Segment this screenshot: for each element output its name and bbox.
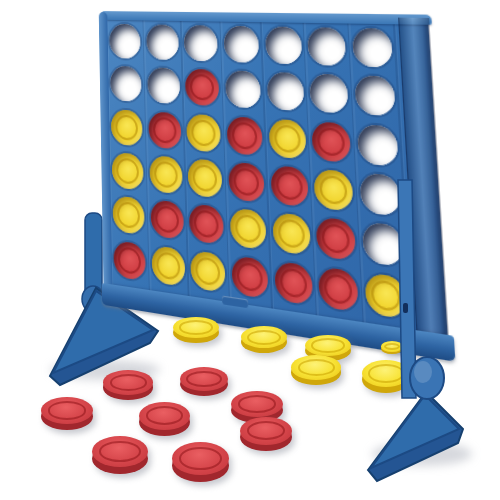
disc-top bbox=[139, 402, 190, 430]
disc-top bbox=[231, 391, 283, 417]
disc-ring bbox=[146, 406, 184, 425]
red-loose-disc[interactable] bbox=[240, 417, 292, 451]
disc-top bbox=[172, 442, 229, 475]
disc-top bbox=[180, 367, 228, 391]
red-loose-disc[interactable] bbox=[172, 442, 229, 482]
disc-ring bbox=[186, 371, 222, 387]
red-loose-disc[interactable] bbox=[92, 436, 148, 474]
disc-ring bbox=[99, 441, 140, 462]
red-loose-disc[interactable] bbox=[139, 402, 190, 436]
disc-ring bbox=[247, 421, 286, 440]
disc-ring bbox=[238, 395, 277, 413]
disc-top bbox=[41, 397, 93, 424]
disc-top bbox=[103, 370, 153, 395]
red-loose-disc[interactable] bbox=[180, 367, 228, 396]
disc-ring bbox=[48, 401, 87, 419]
disc-ring bbox=[179, 447, 221, 469]
red-loose-disc[interactable] bbox=[41, 397, 93, 430]
connect-four-scene bbox=[0, 0, 500, 500]
disc-top bbox=[240, 417, 292, 445]
disc-ring bbox=[110, 374, 147, 391]
red-discs-layer bbox=[0, 0, 500, 500]
red-loose-disc[interactable] bbox=[103, 370, 153, 400]
disc-top bbox=[92, 436, 148, 467]
